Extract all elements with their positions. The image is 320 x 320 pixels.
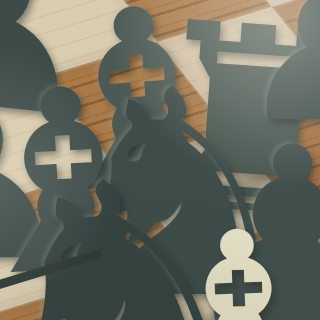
chess-photo-scene: ♟♝♜♟♟♝♞♟♝♞ <box>0 0 320 320</box>
